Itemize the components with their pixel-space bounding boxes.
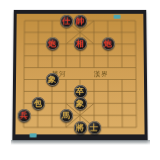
piece-red-advisor[interactable]: 仕 — [60, 14, 73, 27]
piece-black-king[interactable]: 將 — [73, 121, 86, 134]
piece-black-advisor[interactable]: 士 — [88, 121, 101, 134]
piece-red-king[interactable]: 帥 — [74, 14, 87, 27]
piece-layer: 仕帥炮相炮象卒包象兵馬將士 — [15, 14, 144, 135]
piece-red-cannon[interactable]: 炮 — [46, 38, 59, 51]
piece-red-elephant[interactable]: 相 — [74, 38, 87, 51]
piece-red-cannon[interactable]: 炮 — [101, 38, 114, 51]
product-photo: 楚河 漢界 仕帥炮相炮象卒包象兵馬將士 — [0, 0, 160, 160]
piece-black-cannon[interactable]: 包 — [31, 97, 44, 110]
piece-red-soldier[interactable]: 兵 — [17, 109, 30, 122]
board-shadow — [11, 140, 150, 145]
piece-black-horse[interactable]: 馬 — [59, 109, 72, 122]
xiangqi-board: 楚河 漢界 仕帥炮相炮象卒包象兵馬將士 — [12, 10, 147, 141]
board-scene: 楚河 漢界 仕帥炮相炮象卒包象兵馬將士 — [0, 1, 160, 160]
magnet-clasp-top-right — [114, 15, 121, 19]
piece-black-elephant[interactable]: 象 — [45, 73, 58, 86]
piece-black-elephant[interactable]: 象 — [73, 97, 86, 110]
magnet-clasp-bottom-left — [30, 133, 37, 137]
